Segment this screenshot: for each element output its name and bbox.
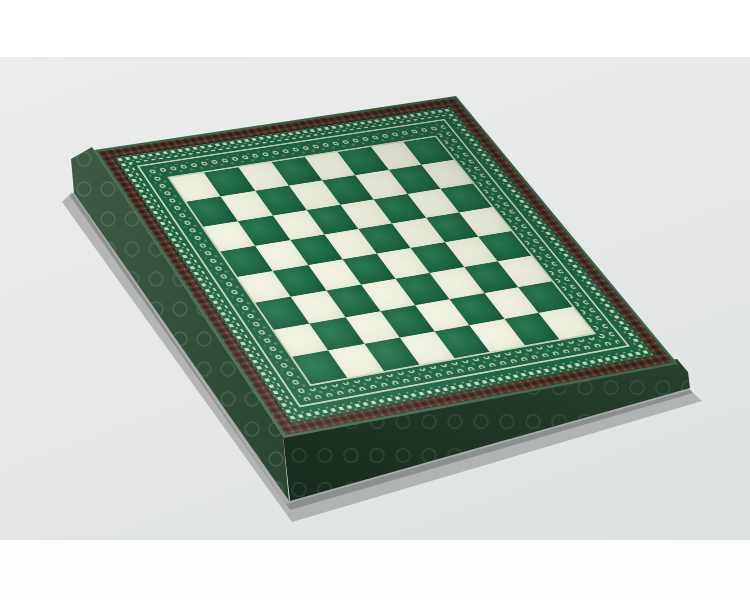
- background-bottom-band: [0, 540, 750, 600]
- product-photo-scene: [0, 0, 750, 600]
- background-top-band: [0, 0, 750, 57]
